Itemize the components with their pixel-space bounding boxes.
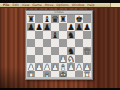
white-pawn-icon: ♟ xyxy=(43,63,51,71)
square-a8[interactable]: ♜ xyxy=(27,15,35,23)
square-f3[interactable]: ♞ xyxy=(67,55,75,63)
square-e7[interactable] xyxy=(59,23,67,31)
black-rook-icon: ♜ xyxy=(59,15,67,23)
square-d7[interactable] xyxy=(51,23,59,31)
black-rook-icon: ♜ xyxy=(27,15,35,23)
square-f2[interactable]: ♟ xyxy=(67,63,75,71)
menu-item-window[interactable]: Window xyxy=(72,3,85,7)
square-g5[interactable] xyxy=(75,39,83,47)
square-c8[interactable]: ♝ xyxy=(43,15,51,23)
square-a2[interactable]: ♟ xyxy=(27,63,35,71)
square-b5[interactable] xyxy=(35,39,43,47)
square-a7[interactable]: ♟ xyxy=(27,23,35,31)
square-g7[interactable]: ♟ xyxy=(75,23,83,31)
square-d2[interactable]: ♟ xyxy=(51,63,59,71)
white-knight-icon: ♞ xyxy=(67,55,75,63)
square-d3[interactable] xyxy=(51,55,59,63)
square-g2[interactable]: ♟ xyxy=(75,63,83,71)
black-pawn-icon: ♟ xyxy=(67,23,75,31)
square-h3[interactable] xyxy=(83,55,91,63)
white-pawn-icon: ♟ xyxy=(35,63,43,71)
square-f5[interactable] xyxy=(67,39,75,47)
menu-status-item-1[interactable]: · xyxy=(101,3,102,7)
square-f4[interactable]: ♞ xyxy=(67,47,75,55)
square-g3[interactable] xyxy=(75,55,83,63)
white-pawn-icon: ♟ xyxy=(27,63,35,71)
black-pawn-icon: ♟ xyxy=(83,23,91,31)
white-pawn-icon: ♟ xyxy=(75,63,83,71)
square-h6[interactable] xyxy=(83,31,91,39)
menu-item-options[interactable]: Options xyxy=(56,3,68,7)
square-a4[interactable] xyxy=(27,47,35,55)
black-bishop-icon: ♝ xyxy=(51,31,59,39)
square-f7[interactable]: ♟ xyxy=(67,23,75,31)
chess-board: ♜♝♛♜♚♟♟♟♟♟♟♝♞♞♛♟♞♟♟♟♟♝♟♟♟♜♝♚♜ xyxy=(27,14,91,79)
menu-item-game[interactable]: Game xyxy=(32,3,42,7)
chess-window: Chess ♜♝♛♜♚♟♟♟♟♟♟♝♞♞♛♟♞♟♟♟♟♝♟♟♟♜♝♚♜ xyxy=(25,10,93,80)
square-b4[interactable] xyxy=(35,47,43,55)
menu-status-item-2[interactable]: · xyxy=(104,3,105,7)
square-a6[interactable] xyxy=(27,31,35,39)
black-queen-icon: ♛ xyxy=(51,15,59,23)
square-d6[interactable]: ♝ xyxy=(51,31,59,39)
white-bishop-icon: ♝ xyxy=(59,63,67,71)
square-h8[interactable] xyxy=(83,15,91,23)
square-b3[interactable] xyxy=(35,55,43,63)
white-pawn-icon: ♟ xyxy=(51,63,59,71)
black-pawn-icon: ♟ xyxy=(43,23,51,31)
menu-items-left: FileEditViewGameMoveOptionsWindowHelp xyxy=(3,3,95,7)
menu-status-item-0[interactable]: · xyxy=(98,3,99,7)
white-pawn-icon: ♟ xyxy=(67,63,75,71)
black-knight-icon: ♞ xyxy=(67,31,75,39)
square-b7[interactable]: ♟ xyxy=(35,23,43,31)
square-b8[interactable] xyxy=(35,15,43,23)
black-pawn-icon: ♟ xyxy=(35,23,43,31)
black-king-icon: ♚ xyxy=(75,15,83,23)
menu-items-right: ··· xyxy=(98,3,107,7)
square-d5[interactable] xyxy=(51,39,59,47)
square-e8[interactable]: ♜ xyxy=(59,15,67,23)
menu-clock-area xyxy=(110,3,120,7)
square-h7[interactable]: ♟ xyxy=(83,23,91,31)
square-c3[interactable] xyxy=(43,55,51,63)
square-h4[interactable]: ♛ xyxy=(83,47,91,55)
square-d8[interactable]: ♛ xyxy=(51,15,59,23)
square-g6[interactable] xyxy=(75,31,83,39)
square-g8[interactable]: ♚ xyxy=(75,15,83,23)
square-d4[interactable] xyxy=(51,47,59,55)
square-e2[interactable]: ♝ xyxy=(59,63,67,71)
window-bottom-bar xyxy=(26,77,92,79)
square-e6[interactable] xyxy=(59,31,67,39)
square-e3[interactable]: ♟ xyxy=(59,55,67,63)
black-knight-icon: ♞ xyxy=(67,47,75,55)
black-pawn-icon: ♟ xyxy=(75,23,83,31)
square-h5[interactable] xyxy=(83,39,91,47)
square-a3[interactable] xyxy=(27,55,35,63)
menu-item-file[interactable]: File xyxy=(3,3,10,7)
menu-item-view[interactable]: View xyxy=(22,3,30,7)
square-b6[interactable] xyxy=(35,31,43,39)
screen-bottom-strip xyxy=(0,88,120,90)
square-e4[interactable] xyxy=(59,47,67,55)
square-b2[interactable]: ♟ xyxy=(35,63,43,71)
black-bishop-icon: ♝ xyxy=(43,15,51,23)
white-pawn-icon: ♟ xyxy=(83,63,91,71)
desktop-screen: FileEditViewGameMoveOptionsWindowHelp ··… xyxy=(0,0,120,90)
square-c2[interactable]: ♟ xyxy=(43,63,51,71)
square-a5[interactable] xyxy=(27,39,35,47)
square-c7[interactable]: ♟ xyxy=(43,23,51,31)
square-c5[interactable] xyxy=(43,39,51,47)
square-f6[interactable]: ♞ xyxy=(67,31,75,39)
menu-item-move[interactable]: Move xyxy=(45,3,54,7)
square-c6[interactable] xyxy=(43,31,51,39)
menu-item-edit[interactable]: Edit xyxy=(13,3,19,7)
square-f8[interactable] xyxy=(67,15,75,23)
square-h2[interactable]: ♟ xyxy=(83,63,91,71)
square-e5[interactable] xyxy=(59,39,67,47)
white-pawn-icon: ♟ xyxy=(59,55,67,63)
square-g4[interactable] xyxy=(75,47,83,55)
square-c4[interactable] xyxy=(43,47,51,55)
white-queen-icon: ♛ xyxy=(83,47,91,55)
black-pawn-icon: ♟ xyxy=(27,23,35,31)
menu-item-help[interactable]: Help xyxy=(87,3,94,7)
